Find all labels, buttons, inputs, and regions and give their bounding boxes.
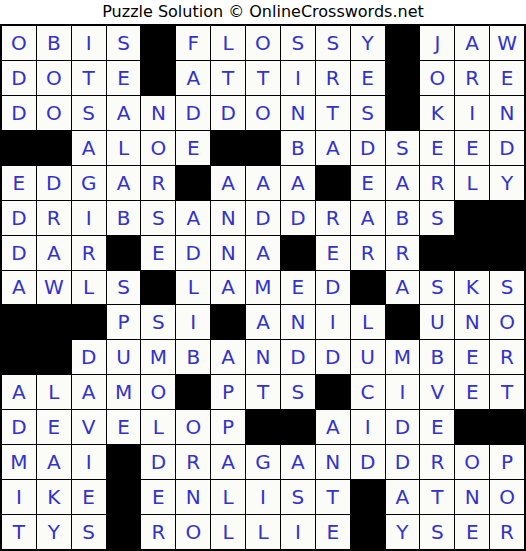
grid-cell: T	[246, 61, 280, 95]
grid-cell: L	[455, 166, 489, 200]
grid-cell: S	[72, 96, 106, 130]
grid-cell: K	[37, 480, 71, 514]
grid-cell: M	[141, 340, 175, 374]
block-cell	[351, 480, 385, 514]
block-cell	[37, 340, 71, 374]
grid-cell: G	[72, 166, 106, 200]
block-cell	[490, 201, 524, 235]
block-cell	[386, 61, 420, 95]
grid-cell: D	[351, 131, 385, 165]
grid-cell: I	[246, 480, 280, 514]
grid-cell: O	[490, 305, 524, 339]
block-cell	[490, 236, 524, 270]
grid-cell: P	[211, 410, 245, 444]
grid-cell: E	[455, 340, 489, 374]
grid-cell: T	[2, 515, 36, 549]
grid-cell: A	[2, 271, 36, 305]
block-cell	[176, 375, 210, 409]
grid-cell: D	[316, 271, 350, 305]
grid-cell: O	[246, 26, 280, 60]
grid-cell: O	[141, 375, 175, 409]
grid-cell: D	[351, 445, 385, 479]
grid-cell: O	[455, 445, 489, 479]
block-cell	[246, 131, 280, 165]
grid-cell: A	[281, 166, 315, 200]
block-cell	[107, 445, 141, 479]
grid-cell: L	[351, 305, 385, 339]
grid-cell: E	[176, 131, 210, 165]
grid-cell: A	[386, 480, 420, 514]
grid-cell: D	[141, 445, 175, 479]
grid-cell: A	[281, 445, 315, 479]
grid-cell: L	[246, 515, 280, 549]
grid-cell: A	[211, 340, 245, 374]
grid-cell: L	[141, 410, 175, 444]
grid-cell: M	[107, 375, 141, 409]
grid-cell: I	[72, 445, 106, 479]
grid-cell: N	[281, 96, 315, 130]
grid-cell: W	[37, 271, 71, 305]
grid-cell: P	[490, 445, 524, 479]
grid-cell: S	[72, 515, 106, 549]
block-cell	[281, 236, 315, 270]
crossword-grid: OBISFLOSSYJAWDOTEATTIREOREDOSANDDONTSKIN…	[0, 24, 526, 551]
block-cell	[281, 410, 315, 444]
grid-cell: O	[37, 61, 71, 95]
grid-cell: I	[281, 515, 315, 549]
grid-cell: R	[176, 445, 210, 479]
grid-cell: E	[420, 131, 454, 165]
block-cell	[211, 131, 245, 165]
grid-cell: R	[490, 340, 524, 374]
grid-cell: S	[141, 305, 175, 339]
grid-cell: N	[176, 480, 210, 514]
grid-cell: I	[316, 305, 350, 339]
grid-cell: D	[246, 201, 280, 235]
grid-cell: N	[141, 96, 175, 130]
grid-cell: E	[316, 236, 350, 270]
grid-cell: B	[281, 131, 315, 165]
grid-cell: B	[420, 340, 454, 374]
grid-cell: O	[176, 515, 210, 549]
grid-cell: E	[351, 166, 385, 200]
grid-cell: M	[386, 340, 420, 374]
grid-cell: D	[176, 96, 210, 130]
grid-cell: T	[246, 375, 280, 409]
block-cell	[455, 236, 489, 270]
grid-cell: Y	[37, 515, 71, 549]
block-cell	[316, 375, 350, 409]
grid-cell: O	[37, 96, 71, 130]
grid-cell: A	[176, 61, 210, 95]
grid-cell: A	[316, 131, 350, 165]
grid-cell: E	[2, 166, 36, 200]
grid-cell: O	[246, 96, 280, 130]
grid-cell: A	[246, 166, 280, 200]
block-cell	[490, 410, 524, 444]
grid-cell: S	[420, 201, 454, 235]
grid-cell: I	[455, 96, 489, 130]
block-cell	[2, 340, 36, 374]
grid-cell: T	[316, 480, 350, 514]
grid-cell: A	[72, 131, 106, 165]
grid-cell: S	[281, 26, 315, 60]
grid-cell: A	[107, 166, 141, 200]
grid-cell: O	[2, 26, 36, 60]
grid-cell: L	[37, 375, 71, 409]
block-cell	[420, 236, 454, 270]
grid-cell: A	[37, 445, 71, 479]
grid-cell: B	[176, 340, 210, 374]
grid-cell: E	[490, 61, 524, 95]
grid-cell: D	[490, 131, 524, 165]
grid-cell: A	[37, 236, 71, 270]
block-cell	[386, 26, 420, 60]
grid-cell: R	[37, 201, 71, 235]
grid-cell: S	[107, 26, 141, 60]
grid-cell: E	[141, 236, 175, 270]
grid-cell: A	[211, 166, 245, 200]
block-cell	[37, 131, 71, 165]
grid-cell: L	[211, 26, 245, 60]
grid-cell: E	[455, 515, 489, 549]
grid-cell: D	[211, 96, 245, 130]
grid-cell: E	[107, 61, 141, 95]
grid-cell: P	[211, 375, 245, 409]
grid-cell: N	[281, 305, 315, 339]
grid-cell: L	[211, 480, 245, 514]
block-cell	[386, 96, 420, 130]
block-cell	[211, 305, 245, 339]
grid-cell: A	[246, 236, 280, 270]
grid-cell: I	[72, 201, 106, 235]
grid-cell: A	[2, 375, 36, 409]
grid-cell: R	[316, 61, 350, 95]
grid-cell: N	[316, 445, 350, 479]
grid-cell: V	[72, 410, 106, 444]
grid-cell: E	[420, 410, 454, 444]
grid-cell: A	[351, 201, 385, 235]
grid-cell: E	[107, 410, 141, 444]
grid-cell: E	[72, 480, 106, 514]
grid-cell: S	[141, 201, 175, 235]
grid-cell: S	[281, 375, 315, 409]
grid-cell: I	[176, 305, 210, 339]
grid-cell: G	[246, 445, 280, 479]
grid-cell: U	[107, 340, 141, 374]
grid-cell: E	[37, 410, 71, 444]
grid-cell: N	[455, 480, 489, 514]
grid-cell: K	[455, 271, 489, 305]
grid-cell: T	[211, 61, 245, 95]
grid-cell: D	[281, 340, 315, 374]
grid-cell: Y	[386, 515, 420, 549]
grid-cell: B	[37, 26, 71, 60]
grid-cell: R	[490, 515, 524, 549]
grid-cell: Y	[490, 166, 524, 200]
grid-cell: U	[420, 305, 454, 339]
grid-cell: S	[420, 515, 454, 549]
grid-cell: E	[455, 131, 489, 165]
grid-cell: E	[351, 61, 385, 95]
grid-cell: D	[386, 410, 420, 444]
grid-cell: A	[316, 410, 350, 444]
grid-cell: S	[490, 271, 524, 305]
block-cell	[107, 480, 141, 514]
grid-cell: I	[351, 410, 385, 444]
grid-cell: W	[490, 26, 524, 60]
grid-cell: D	[2, 61, 36, 95]
grid-cell: N	[455, 305, 489, 339]
block-cell	[107, 515, 141, 549]
grid-cell: Y	[351, 26, 385, 60]
grid-cell: R	[141, 515, 175, 549]
grid-cell: S	[316, 26, 350, 60]
grid-cell: D	[2, 410, 36, 444]
page-title: Puzzle Solution © OnlineCrosswords.net	[0, 0, 526, 24]
grid-cell: I	[281, 61, 315, 95]
grid-cell: O	[490, 480, 524, 514]
grid-cell: A	[246, 305, 280, 339]
grid-cell: S	[386, 131, 420, 165]
grid-cell: E	[455, 375, 489, 409]
grid-cell: A	[72, 375, 106, 409]
grid-cell: S	[420, 271, 454, 305]
block-cell	[141, 61, 175, 95]
grid-cell: L	[211, 515, 245, 549]
grid-cell: D	[2, 96, 36, 130]
block-cell	[107, 236, 141, 270]
block-cell	[141, 26, 175, 60]
grid-cell: N	[211, 201, 245, 235]
block-cell	[2, 131, 36, 165]
grid-cell: I	[2, 480, 36, 514]
grid-cell: E	[316, 515, 350, 549]
grid-cell: I	[386, 375, 420, 409]
grid-cell: I	[72, 26, 106, 60]
grid-cell: B	[386, 201, 420, 235]
grid-cell: B	[107, 201, 141, 235]
grid-cell: R	[316, 201, 350, 235]
block-cell	[2, 305, 36, 339]
block-cell	[351, 515, 385, 549]
grid-cell: R	[72, 236, 106, 270]
grid-cell: S	[351, 96, 385, 130]
grid-cell: R	[420, 166, 454, 200]
grid-cell: L	[176, 271, 210, 305]
block-cell	[316, 166, 350, 200]
grid-cell: D	[2, 236, 36, 270]
grid-cell: U	[351, 340, 385, 374]
grid-cell: D	[2, 201, 36, 235]
grid-cell: L	[107, 131, 141, 165]
block-cell	[141, 271, 175, 305]
grid-cell: N	[211, 236, 245, 270]
grid-cell: O	[141, 131, 175, 165]
grid-cell: D	[281, 201, 315, 235]
grid-cell: N	[246, 340, 280, 374]
grid-cell: A	[176, 201, 210, 235]
block-cell	[72, 305, 106, 339]
block-cell	[386, 305, 420, 339]
grid-cell: V	[420, 375, 454, 409]
grid-cell: T	[316, 96, 350, 130]
grid-cell: S	[107, 271, 141, 305]
block-cell	[246, 410, 280, 444]
grid-cell: E	[141, 480, 175, 514]
grid-cell: A	[211, 271, 245, 305]
block-cell	[455, 410, 489, 444]
grid-cell: A	[107, 96, 141, 130]
grid-cell: T	[490, 375, 524, 409]
grid-cell: N	[490, 96, 524, 130]
grid-cell: T	[72, 61, 106, 95]
grid-cell: A	[455, 26, 489, 60]
grid-cell: D	[176, 236, 210, 270]
grid-cell: R	[455, 61, 489, 95]
grid-cell: R	[386, 236, 420, 270]
grid-cell: T	[420, 480, 454, 514]
grid-cell: A	[211, 445, 245, 479]
grid-cell: J	[420, 26, 454, 60]
grid-cell: R	[351, 236, 385, 270]
grid-cell: D	[316, 340, 350, 374]
grid-cell: L	[72, 271, 106, 305]
block-cell	[351, 271, 385, 305]
grid-cell: M	[246, 271, 280, 305]
grid-cell: D	[386, 445, 420, 479]
grid-cell: D	[37, 166, 71, 200]
grid-cell: O	[176, 410, 210, 444]
grid-cell: P	[107, 305, 141, 339]
grid-cell: O	[420, 61, 454, 95]
grid-cell: A	[386, 166, 420, 200]
grid-cell: R	[141, 166, 175, 200]
grid-cell: D	[72, 340, 106, 374]
grid-cell: F	[176, 26, 210, 60]
grid-cell: A	[386, 271, 420, 305]
grid-cell: C	[351, 375, 385, 409]
grid-cell: E	[281, 271, 315, 305]
grid-cell: K	[420, 96, 454, 130]
block-cell	[176, 166, 210, 200]
block-cell	[455, 201, 489, 235]
block-cell	[37, 305, 71, 339]
grid-cell: S	[281, 480, 315, 514]
grid-cell: R	[420, 445, 454, 479]
grid-cell: M	[2, 445, 36, 479]
